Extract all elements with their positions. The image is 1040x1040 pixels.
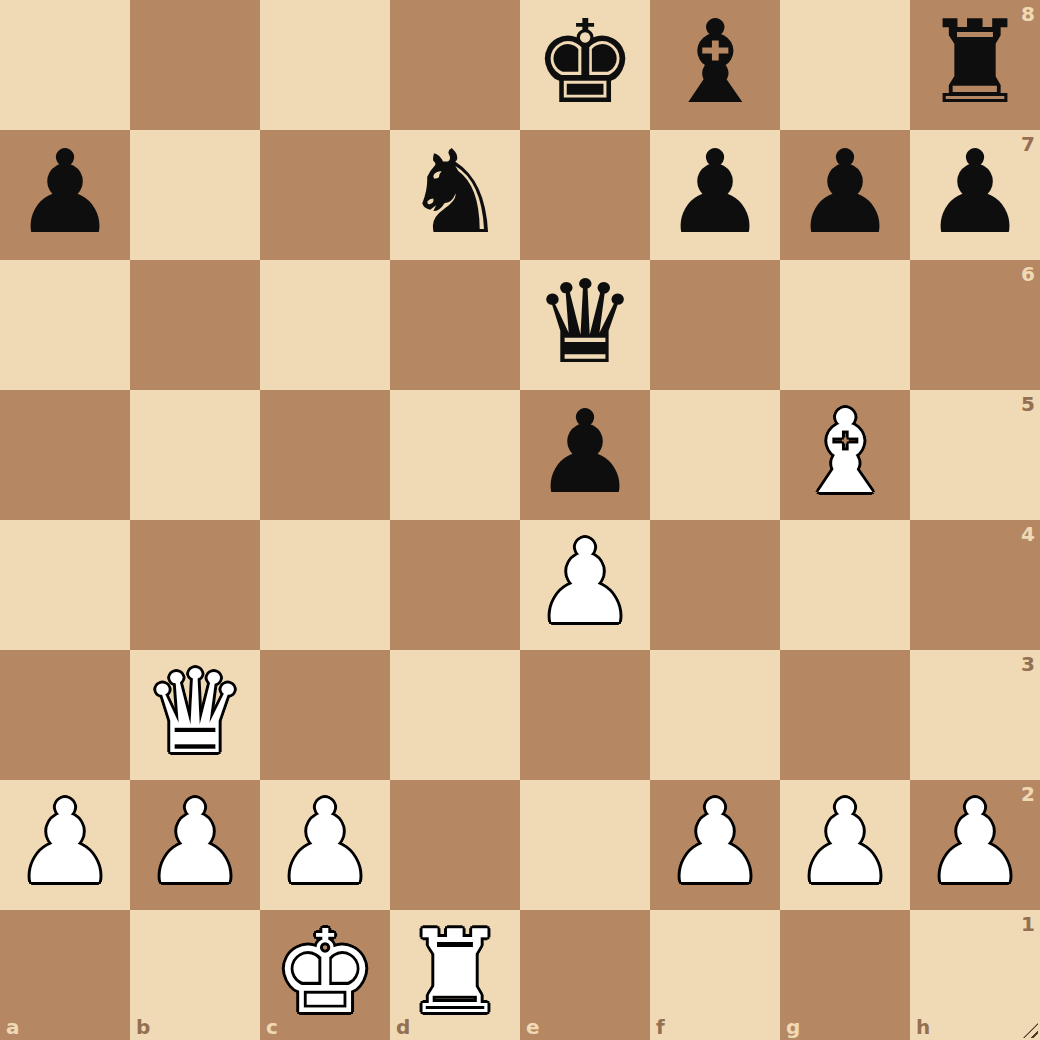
white-pawn[interactable]: ♟: [273, 785, 376, 900]
square-h3[interactable]: 3: [910, 650, 1040, 780]
square-d3[interactable]: [390, 650, 520, 780]
square-g1[interactable]: g: [780, 910, 910, 1040]
square-a1[interactable]: a: [0, 910, 130, 1040]
square-a2[interactable]: ♟: [0, 780, 130, 910]
white-pawn[interactable]: ♟: [793, 785, 896, 900]
white-pawn[interactable]: ♟: [13, 785, 116, 900]
square-c1[interactable]: c♚: [260, 910, 390, 1040]
square-b5[interactable]: [130, 390, 260, 520]
chess-board: ♚♝8♜♟♞♟♟7♟♛6♟♝5♟4♛3♟♟♟♟♟2♟abc♚d♜efg1h: [0, 0, 1040, 1040]
square-e4[interactable]: ♟: [520, 520, 650, 650]
black-pawn[interactable]: ♟: [663, 135, 766, 250]
square-a8[interactable]: [0, 0, 130, 130]
square-a6[interactable]: [0, 260, 130, 390]
square-f1[interactable]: f: [650, 910, 780, 1040]
black-knight[interactable]: ♞: [403, 135, 506, 250]
square-h7[interactable]: 7♟: [910, 130, 1040, 260]
black-rook[interactable]: ♜: [923, 5, 1026, 120]
square-a5[interactable]: [0, 390, 130, 520]
square-f7[interactable]: ♟: [650, 130, 780, 260]
square-h2[interactable]: 2♟: [910, 780, 1040, 910]
square-c4[interactable]: [260, 520, 390, 650]
square-f5[interactable]: [650, 390, 780, 520]
file-label-f: f: [656, 1017, 665, 1037]
square-c8[interactable]: [260, 0, 390, 130]
white-bishop[interactable]: ♝: [793, 395, 896, 510]
square-a7[interactable]: ♟: [0, 130, 130, 260]
file-label-a: a: [6, 1017, 20, 1037]
rank-label-6: 6: [1021, 264, 1035, 284]
square-e7[interactable]: [520, 130, 650, 260]
square-f3[interactable]: [650, 650, 780, 780]
black-king[interactable]: ♚: [533, 5, 636, 120]
square-c5[interactable]: [260, 390, 390, 520]
rank-label-4: 4: [1021, 524, 1035, 544]
white-pawn[interactable]: ♟: [533, 525, 636, 640]
square-g7[interactable]: ♟: [780, 130, 910, 260]
square-a3[interactable]: [0, 650, 130, 780]
square-c3[interactable]: [260, 650, 390, 780]
square-b2[interactable]: ♟: [130, 780, 260, 910]
square-b7[interactable]: [130, 130, 260, 260]
black-bishop[interactable]: ♝: [663, 5, 766, 120]
square-d4[interactable]: [390, 520, 520, 650]
square-b8[interactable]: [130, 0, 260, 130]
square-g5[interactable]: ♝: [780, 390, 910, 520]
square-g3[interactable]: [780, 650, 910, 780]
rank-label-1: 1: [1021, 914, 1035, 934]
white-pawn[interactable]: ♟: [663, 785, 766, 900]
square-e2[interactable]: [520, 780, 650, 910]
square-a4[interactable]: [0, 520, 130, 650]
black-queen[interactable]: ♛: [533, 265, 636, 380]
square-h6[interactable]: 6: [910, 260, 1040, 390]
white-pawn[interactable]: ♟: [143, 785, 246, 900]
black-pawn[interactable]: ♟: [13, 135, 116, 250]
square-b4[interactable]: [130, 520, 260, 650]
square-h1[interactable]: 1h: [910, 910, 1040, 1040]
square-d5[interactable]: [390, 390, 520, 520]
square-h4[interactable]: 4: [910, 520, 1040, 650]
square-d7[interactable]: ♞: [390, 130, 520, 260]
black-pawn[interactable]: ♟: [793, 135, 896, 250]
file-label-e: e: [526, 1017, 540, 1037]
square-e3[interactable]: [520, 650, 650, 780]
square-b3[interactable]: ♛: [130, 650, 260, 780]
white-rook[interactable]: ♜: [403, 915, 506, 1030]
square-f8[interactable]: ♝: [650, 0, 780, 130]
file-label-g: g: [786, 1017, 800, 1037]
square-g6[interactable]: [780, 260, 910, 390]
square-c2[interactable]: ♟: [260, 780, 390, 910]
square-e5[interactable]: ♟: [520, 390, 650, 520]
square-c6[interactable]: [260, 260, 390, 390]
square-b6[interactable]: [130, 260, 260, 390]
white-king[interactable]: ♚: [273, 915, 376, 1030]
white-queen[interactable]: ♛: [143, 655, 246, 770]
square-e8[interactable]: ♚: [520, 0, 650, 130]
square-f2[interactable]: ♟: [650, 780, 780, 910]
square-g2[interactable]: ♟: [780, 780, 910, 910]
square-f6[interactable]: [650, 260, 780, 390]
square-d1[interactable]: d♜: [390, 910, 520, 1040]
square-h5[interactable]: 5: [910, 390, 1040, 520]
square-g4[interactable]: [780, 520, 910, 650]
file-label-h: h: [916, 1017, 930, 1037]
file-label-b: b: [136, 1017, 150, 1037]
square-e6[interactable]: ♛: [520, 260, 650, 390]
square-h8[interactable]: 8♜: [910, 0, 1040, 130]
rank-label-5: 5: [1021, 394, 1035, 414]
square-d2[interactable]: [390, 780, 520, 910]
square-d6[interactable]: [390, 260, 520, 390]
square-c7[interactable]: [260, 130, 390, 260]
square-f4[interactable]: [650, 520, 780, 650]
square-g8[interactable]: [780, 0, 910, 130]
square-d8[interactable]: [390, 0, 520, 130]
square-e1[interactable]: e: [520, 910, 650, 1040]
rank-label-3: 3: [1021, 654, 1035, 674]
square-b1[interactable]: b: [130, 910, 260, 1040]
black-pawn[interactable]: ♟: [923, 135, 1026, 250]
black-pawn[interactable]: ♟: [533, 395, 636, 510]
white-pawn[interactable]: ♟: [923, 785, 1026, 900]
